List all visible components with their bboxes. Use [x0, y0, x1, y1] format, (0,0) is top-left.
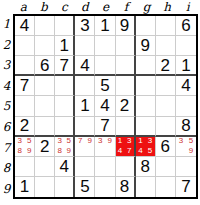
candidate-digit: 3 [55, 137, 64, 147]
cell-e3[interactable] [95, 56, 115, 76]
given-digit: 6 [181, 17, 190, 34]
cell-i9[interactable]: 7 [176, 177, 196, 197]
cell-i8[interactable] [176, 157, 196, 177]
candidate-grid: 3589 [15, 137, 34, 156]
candidate-digit: 3 [95, 137, 105, 147]
cell-g6[interactable] [136, 117, 156, 137]
cell-d3[interactable]: 4 [75, 56, 95, 76]
row-label-7: 7 [0, 137, 13, 158]
cell-e7[interactable]: 39 [95, 137, 115, 157]
cell-f4[interactable] [116, 76, 136, 96]
cell-i3[interactable]: 1 [176, 56, 196, 76]
candidate-digit: 7 [75, 137, 85, 147]
cell-c4[interactable] [55, 76, 75, 96]
cell-c3[interactable]: 7 [55, 56, 75, 76]
cell-f9[interactable]: 8 [116, 177, 136, 197]
given-digit: 2 [20, 117, 29, 134]
cell-f7[interactable]: 1347 [116, 137, 136, 157]
cell-b2[interactable] [35, 36, 55, 56]
given-digit: 9 [140, 37, 149, 54]
cell-e4[interactable]: 5 [95, 76, 115, 96]
cell-h7[interactable]: 6 [156, 137, 176, 157]
candidate-grid: 39 [95, 137, 114, 156]
candidate-digit: 9 [25, 146, 35, 156]
candidate-digit: 5 [186, 137, 196, 147]
candidate-digit: 9 [64, 146, 73, 156]
cell-c9[interactable] [55, 177, 75, 197]
given-digit: 1 [181, 57, 190, 74]
cell-g4[interactable] [136, 76, 156, 96]
cell-a6[interactable]: 2 [15, 117, 35, 137]
row-label-1: 1 [0, 14, 13, 35]
row-label-5: 5 [0, 96, 13, 117]
candidate-digit: 1 [116, 137, 125, 147]
candidate-digit [75, 146, 85, 156]
candidate-digit: 5 [25, 137, 35, 147]
given-digit: 8 [120, 178, 129, 195]
candidate-digit: 3 [15, 137, 25, 147]
cell-d9[interactable]: 5 [75, 177, 95, 197]
cell-g7[interactable]: 1345 [136, 137, 156, 157]
row-label-2: 2 [0, 35, 13, 56]
candidate-digit [105, 146, 115, 156]
column-labels: abcdefghi [13, 0, 198, 14]
candidate-digit: 1 [136, 137, 146, 147]
candidate-digit: 5 [145, 146, 155, 156]
column-label-g: g [136, 0, 157, 14]
cell-a9[interactable]: 1 [15, 177, 35, 197]
cell-d2[interactable] [75, 36, 95, 56]
candidate-digit [176, 146, 186, 156]
candidate-grid: 1347 [116, 137, 134, 156]
cell-a7[interactable]: 3589 [15, 137, 35, 157]
cell-c1[interactable] [55, 16, 75, 36]
cell-a2[interactable] [15, 36, 35, 56]
given-digit: 7 [20, 77, 29, 94]
cell-a4[interactable]: 7 [15, 76, 35, 96]
cell-i2[interactable] [176, 36, 196, 56]
given-digit: 6 [40, 57, 49, 74]
given-digit: 9 [120, 17, 129, 34]
column-label-a: a [13, 0, 34, 14]
cell-i1[interactable]: 6 [176, 16, 196, 36]
column-label-d: d [75, 0, 96, 14]
cell-h1[interactable] [156, 16, 176, 36]
given-digit: 5 [100, 77, 109, 94]
given-digit: 8 [181, 117, 190, 134]
given-digit: 1 [80, 97, 89, 114]
cell-i7[interactable]: 359 [176, 137, 196, 157]
candidate-digit: 3 [145, 137, 155, 147]
given-digit: 1 [60, 37, 69, 54]
candidate-digit [95, 146, 105, 156]
cell-i4[interactable]: 4 [176, 76, 196, 96]
cell-f6[interactable] [116, 117, 136, 137]
candidate-digit: 9 [85, 137, 95, 147]
column-label-h: h [157, 0, 178, 14]
cell-h5[interactable] [156, 96, 176, 116]
cell-h6[interactable] [156, 117, 176, 137]
cell-e1[interactable]: 1 [95, 16, 115, 36]
candidate-digit: 4 [136, 146, 146, 156]
cell-a5[interactable] [15, 96, 35, 116]
cell-e6[interactable]: 7 [95, 117, 115, 137]
cell-f5[interactable]: 2 [116, 96, 136, 116]
cell-i6[interactable]: 8 [176, 117, 196, 137]
cell-d1[interactable]: 3 [75, 16, 95, 36]
candidate-digit: 8 [55, 146, 64, 156]
cell-c2[interactable]: 1 [55, 36, 75, 56]
given-digit: 7 [100, 117, 109, 134]
candidate-digit: 5 [64, 137, 73, 147]
cell-d4[interactable] [75, 76, 95, 96]
cell-b4[interactable] [35, 76, 55, 96]
cell-c6[interactable] [55, 117, 75, 137]
cell-h3[interactable]: 2 [156, 56, 176, 76]
cell-a3[interactable] [15, 56, 35, 76]
cell-b9[interactable] [35, 177, 55, 197]
cell-h8[interactable] [156, 157, 176, 177]
cell-f2[interactable] [116, 36, 136, 56]
cell-g8[interactable]: 8 [136, 157, 156, 177]
column-label-e: e [95, 0, 116, 14]
given-digit: 4 [80, 57, 89, 74]
given-digit: 3 [80, 17, 89, 34]
given-digit: 2 [161, 57, 170, 74]
cell-c8[interactable]: 4 [55, 157, 75, 177]
cell-b6[interactable] [35, 117, 55, 137]
cell-d5[interactable]: 1 [75, 96, 95, 116]
given-digit: 2 [40, 138, 49, 155]
candidate-grid: 1345 [136, 137, 155, 156]
row-label-6: 6 [0, 117, 13, 138]
cell-c5[interactable] [55, 96, 75, 116]
cell-e9[interactable] [95, 177, 115, 197]
given-digit: 4 [20, 17, 29, 34]
candidate-digit: 3 [176, 137, 186, 147]
candidate-digit [85, 146, 95, 156]
cell-h2[interactable] [156, 36, 176, 56]
cell-g9[interactable] [136, 177, 156, 197]
cell-h9[interactable] [156, 177, 176, 197]
cell-g5[interactable] [136, 96, 156, 116]
row-labels: 123456789 [0, 14, 13, 199]
given-digit: 1 [20, 178, 29, 195]
candidate-digit: 4 [116, 146, 125, 156]
cell-g1[interactable] [136, 16, 156, 36]
candidate-digit: 8 [15, 146, 25, 156]
given-digit: 2 [120, 97, 129, 114]
candidate-digit: 9 [105, 137, 115, 147]
given-digit: 4 [181, 77, 190, 94]
cell-g2[interactable]: 9 [136, 36, 156, 56]
candidate-digit: 7 [125, 146, 134, 156]
column-label-c: c [54, 0, 75, 14]
cell-b1[interactable] [35, 16, 55, 36]
candidate-grid: 79 [75, 137, 94, 156]
given-digit: 7 [60, 57, 69, 74]
column-label-f: f [116, 0, 137, 14]
candidate-grid: 3589 [55, 137, 73, 156]
cell-b3[interactable]: 6 [35, 56, 55, 76]
cell-d7[interactable]: 79 [75, 137, 95, 157]
given-digit: 5 [80, 178, 89, 195]
cell-c7[interactable]: 3589 [55, 137, 75, 157]
row-label-8: 8 [0, 158, 13, 179]
cell-b5[interactable] [35, 96, 55, 116]
given-digit: 7 [181, 178, 190, 195]
column-label-i: i [177, 0, 198, 14]
cell-d8[interactable] [75, 157, 95, 177]
cell-i5[interactable] [176, 96, 196, 116]
cell-a1[interactable]: 4 [15, 16, 35, 36]
given-digit: 8 [140, 158, 149, 175]
sudoku-app: abcdefghi 123456789 43196196742175414227… [0, 0, 200, 205]
given-digit: 4 [100, 97, 109, 114]
cell-a8[interactable] [15, 157, 35, 177]
cell-e2[interactable] [95, 36, 115, 56]
cell-f8[interactable] [116, 157, 136, 177]
cell-e5[interactable]: 4 [95, 96, 115, 116]
cell-b8[interactable] [35, 157, 55, 177]
column-label-b: b [34, 0, 55, 14]
candidate-digit: 9 [186, 146, 196, 156]
row-label-4: 4 [0, 76, 13, 97]
candidate-digit: 3 [125, 137, 134, 147]
given-digit: 6 [161, 138, 170, 155]
cell-g3[interactable] [136, 56, 156, 76]
cell-f3[interactable] [116, 56, 136, 76]
cell-f1[interactable]: 9 [116, 16, 136, 36]
candidate-grid: 359 [176, 137, 196, 156]
cell-e8[interactable] [95, 157, 115, 177]
cell-h4[interactable] [156, 76, 176, 96]
given-digit: 4 [60, 158, 69, 175]
given-digit: 1 [100, 17, 109, 34]
cell-d6[interactable] [75, 117, 95, 137]
sudoku-grid: 4319619674217541422783589235897939134713… [13, 14, 198, 199]
cell-b7[interactable]: 2 [35, 137, 55, 157]
row-label-9: 9 [0, 178, 13, 199]
row-label-3: 3 [0, 55, 13, 76]
